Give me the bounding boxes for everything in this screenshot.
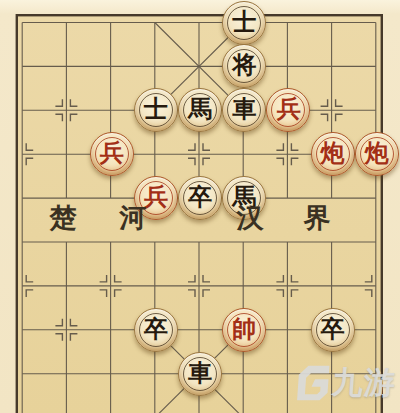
watermark-brand-text: 九游 [331,362,398,404]
river-label: 汉 [237,200,264,236]
piece-black-horse[interactable]: 馬 [178,88,222,132]
piece-glyph: 帥 [232,317,256,341]
piece-glyph: 兵 [276,97,300,121]
piece-glyph: 卒 [321,317,345,341]
river-label: 楚 [50,200,77,236]
piece-black-chariot[interactable]: 車 [178,352,222,396]
piece-red-soldier[interactable]: 兵 [90,132,134,176]
river-label: 河 [120,200,147,236]
piece-black-soldier[interactable]: 卒 [134,308,178,352]
piece-red-cannon[interactable]: 炮 [355,132,399,176]
piece-glyph: 炮 [321,141,345,165]
piece-black-advisor[interactable]: 士 [134,88,178,132]
piece-glyph: 卒 [144,317,168,341]
piece-glyph: 車 [232,97,256,121]
piece-red-general[interactable]: 帥 [222,308,266,352]
xiangqi-screenshot: 士将士馬車兵兵炮炮兵卒馬卒帥卒車 楚河汉界 九游 [0,0,400,413]
piece-glyph: 馬 [188,97,212,121]
piece-glyph: 兵 [100,141,124,165]
piece-glyph: 車 [188,361,212,385]
river-label: 界 [304,200,331,236]
jiuyou-g-logo-icon [295,363,331,403]
piece-glyph: 将 [232,53,256,77]
piece-glyph: 炮 [365,141,389,165]
piece-glyph: 兵 [144,185,168,209]
piece-glyph: 士 [232,10,256,34]
piece-black-advisor[interactable]: 士 [222,1,266,45]
piece-glyph: 士 [144,97,168,121]
watermark: 九游 [295,362,398,404]
piece-red-cannon[interactable]: 炮 [311,132,355,176]
piece-black-soldier[interactable]: 卒 [311,308,355,352]
piece-black-soldier[interactable]: 卒 [178,176,222,220]
piece-glyph: 卒 [188,185,212,209]
